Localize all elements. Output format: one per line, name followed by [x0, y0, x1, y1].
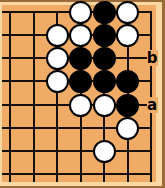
- white-stone[interactable]: [69, 94, 92, 117]
- white-stone[interactable]: [69, 1, 92, 24]
- go-board[interactable]: ba: [0, 0, 165, 188]
- black-stone[interactable]: [93, 70, 116, 93]
- black-stone[interactable]: [69, 47, 92, 70]
- black-stone[interactable]: [69, 70, 92, 93]
- white-stone[interactable]: [116, 1, 139, 24]
- grid-line-vertical: [33, 11, 35, 182]
- white-stone[interactable]: [46, 70, 69, 93]
- black-stone[interactable]: [93, 24, 116, 47]
- white-stone[interactable]: [116, 24, 139, 47]
- white-stone[interactable]: [93, 140, 116, 163]
- white-stone[interactable]: [93, 94, 116, 117]
- white-stone[interactable]: [46, 47, 69, 70]
- white-stone[interactable]: [116, 117, 139, 140]
- point-label-a[interactable]: a: [147, 97, 158, 113]
- black-stone[interactable]: [116, 94, 139, 117]
- black-stone[interactable]: [93, 47, 116, 70]
- grid-line-vertical: [9, 11, 11, 182]
- white-stone[interactable]: [46, 24, 69, 47]
- point-label-b[interactable]: b: [147, 50, 158, 66]
- black-stone[interactable]: [116, 70, 139, 93]
- go-board-diagram: ba: [0, 0, 165, 188]
- black-stone[interactable]: [93, 1, 116, 24]
- white-stone[interactable]: [69, 24, 92, 47]
- grid-line-horizontal: [2, 150, 152, 152]
- grid-line-horizontal: [2, 173, 152, 175]
